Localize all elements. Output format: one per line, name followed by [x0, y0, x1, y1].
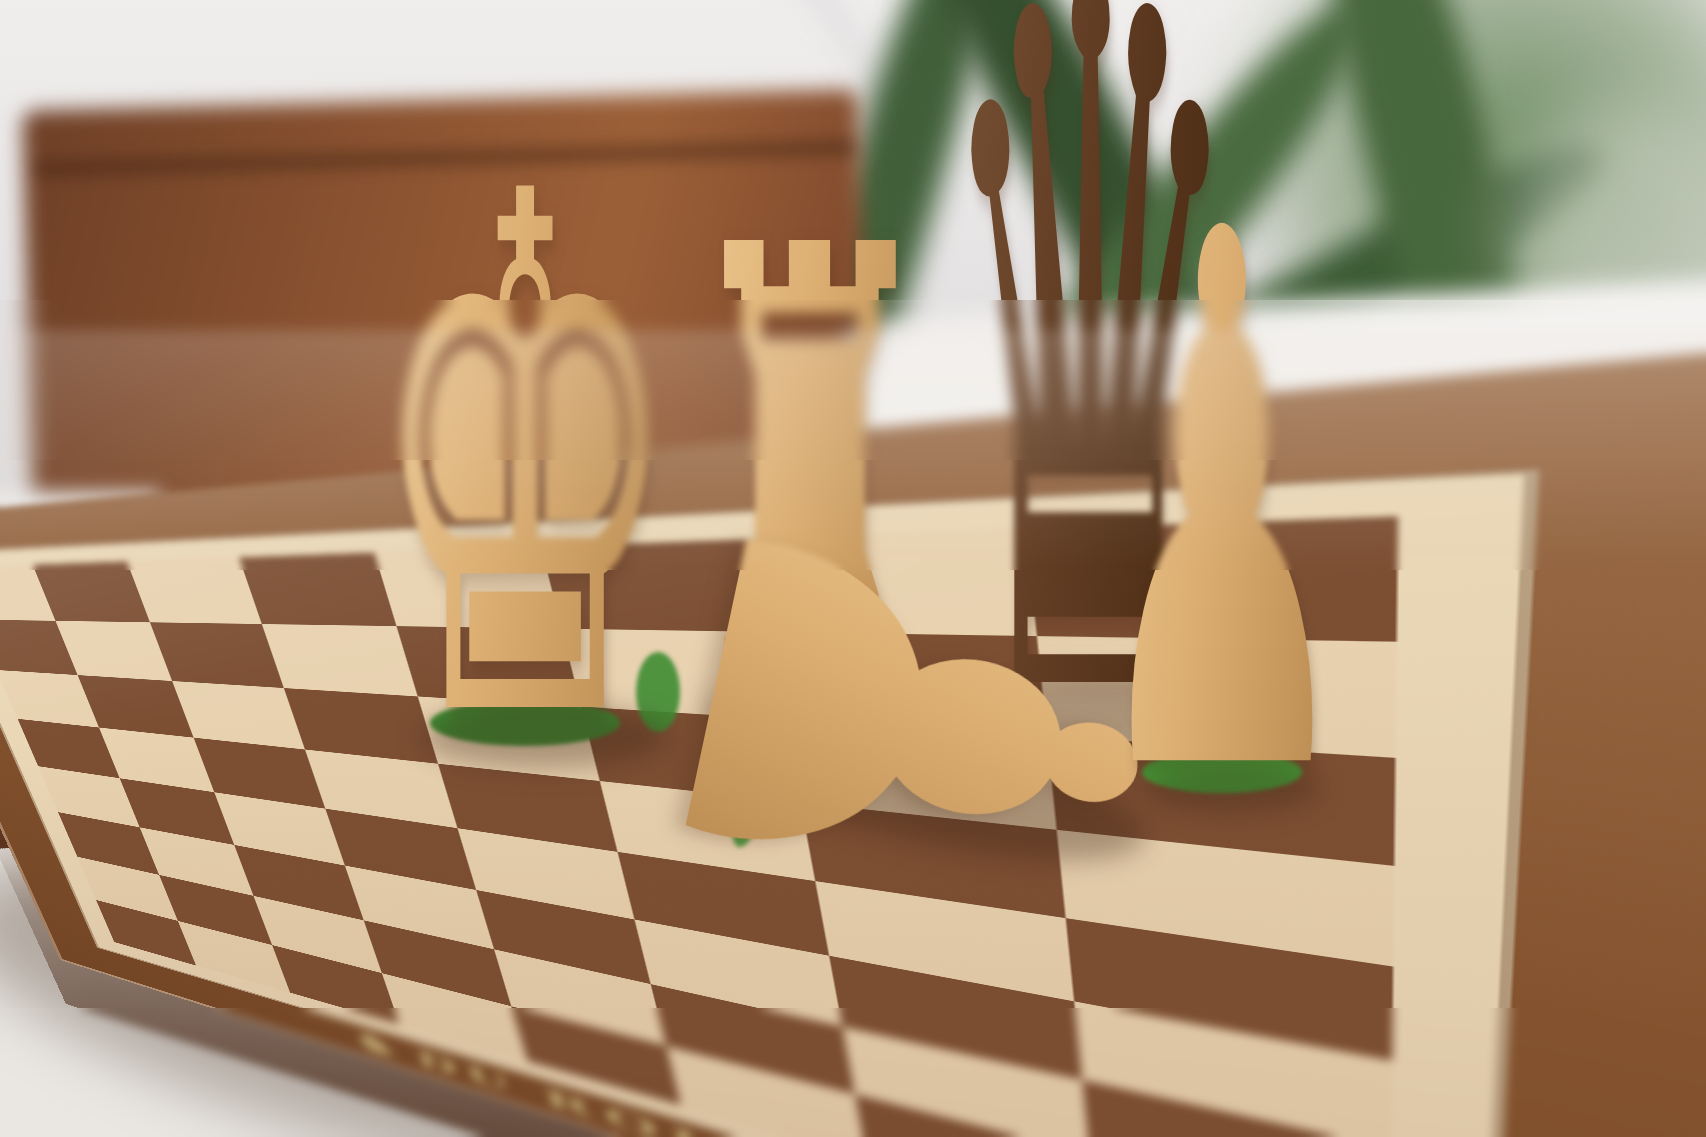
scene: ♞ DU ROI ♚ ♜ ♛ ♟ ♟ [0, 0, 1706, 1137]
piece-white-pawn[interactable]: ♟ [1071, 138, 1373, 874]
